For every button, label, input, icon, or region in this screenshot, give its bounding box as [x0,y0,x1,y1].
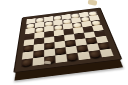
hinge-glint [44,61,51,64]
board-square[interactable] [100,49,114,58]
board-grid [21,11,114,67]
board-square[interactable] [21,58,33,67]
board-square[interactable] [55,54,67,63]
checker-piece-dark[interactable] [68,54,78,61]
product-photo-stage [0,0,128,85]
checker-piece-dark[interactable] [22,59,32,66]
brass-clasp [88,0,98,6]
checker-piece-dark[interactable] [90,51,101,58]
board-square[interactable] [33,57,45,66]
